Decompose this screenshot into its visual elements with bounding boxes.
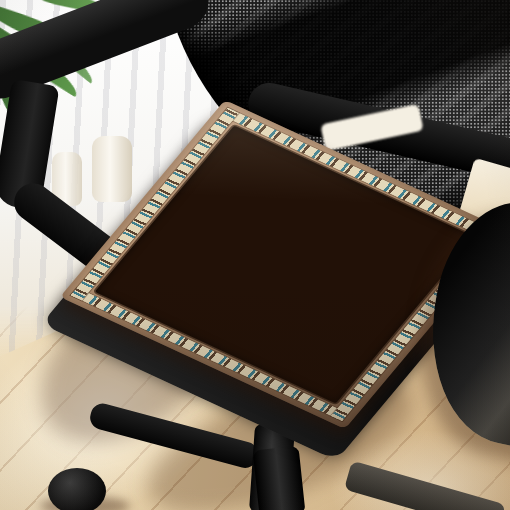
product-photo-scene (0, 0, 510, 510)
chair-base-leg (253, 446, 306, 510)
caster-wheel (48, 468, 106, 510)
white-vase (92, 136, 132, 202)
